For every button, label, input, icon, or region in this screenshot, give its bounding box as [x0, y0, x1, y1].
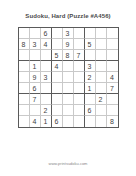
cell-r4c4: 4: [52, 61, 63, 72]
cell-r2c3: 4: [41, 39, 52, 50]
cell-r8c5: [63, 105, 74, 116]
cell-r2c1: 8: [19, 39, 30, 50]
cell-r7c6: [74, 94, 85, 105]
cell-r5c8: [96, 72, 107, 83]
cell-r3c9: [107, 50, 118, 61]
cell-r5c3: 3: [41, 72, 52, 83]
puzzle-title: Sudoku, Hard (Puzzle #A456): [0, 13, 136, 20]
cell-r6c5: [63, 83, 74, 94]
cell-r5c9: 4: [107, 72, 118, 83]
cell-r2c7: 5: [85, 39, 96, 50]
cell-r6c8: [96, 83, 107, 94]
cell-r3c3: [41, 50, 52, 61]
cell-r4c9: [107, 61, 118, 72]
cell-r2c4: [52, 39, 63, 50]
cell-r6c1: [19, 83, 30, 94]
cell-r7c1: [19, 94, 30, 105]
cell-r8c4: [52, 105, 63, 116]
cell-r1c2: [30, 28, 41, 39]
footer-url: www.printsudoku.com: [0, 161, 136, 166]
cell-r2c8: [96, 39, 107, 50]
cell-r5c5: [63, 72, 74, 83]
cell-r8c9: [107, 105, 118, 116]
cell-r3c7: [85, 50, 96, 61]
cell-r7c7: [85, 94, 96, 105]
cell-r9c7: [85, 116, 96, 127]
cell-r8c1: [19, 105, 30, 116]
cell-r6c6: [74, 83, 85, 94]
cell-r6c3: [41, 83, 52, 94]
cell-r7c8: 2: [96, 94, 107, 105]
cell-r2c9: [107, 39, 118, 50]
cell-r5c6: [74, 72, 85, 83]
cell-r6c4: [52, 83, 63, 94]
cell-r4c1: [19, 61, 30, 72]
cell-r9c2: 4: [30, 116, 41, 127]
cell-r3c6: 7: [74, 50, 85, 61]
page: Sudoku, Hard (Puzzle #A456) 638349558714…: [0, 0, 136, 176]
cell-r7c2: 7: [30, 94, 41, 105]
cell-r7c4: [52, 94, 63, 105]
cell-r4c3: [41, 61, 52, 72]
cell-r9c3: 1: [41, 116, 52, 127]
cell-r1c7: [85, 28, 96, 39]
cell-r9c5: [63, 116, 74, 127]
cell-r9c6: [74, 116, 85, 127]
cell-r5c2: 9: [30, 72, 41, 83]
cell-r8c2: [30, 105, 41, 116]
cell-r3c2: [30, 50, 41, 61]
cell-r7c5: [63, 94, 74, 105]
cell-r3c4: 5: [52, 50, 63, 61]
cell-r4c5: [63, 61, 74, 72]
cell-r1c4: [52, 28, 63, 39]
cell-r9c4: 6: [52, 116, 63, 127]
cell-r1c8: [96, 28, 107, 39]
cell-r1c9: [107, 28, 118, 39]
cell-r9c9: 8: [107, 116, 118, 127]
cell-r2c2: 3: [30, 39, 41, 50]
cell-r2c5: 9: [63, 39, 74, 50]
cell-r2c6: [74, 39, 85, 50]
cell-r9c1: [19, 116, 30, 127]
cell-r6c7: 1: [85, 83, 96, 94]
cell-r4c6: [74, 61, 85, 72]
cell-r5c4: [52, 72, 63, 83]
cell-r8c6: [74, 105, 85, 116]
cell-r5c7: 2: [85, 72, 96, 83]
cell-r5c1: [19, 72, 30, 83]
cell-r6c9: 7: [107, 83, 118, 94]
cell-r3c5: 8: [63, 50, 74, 61]
cell-r1c3: 6: [41, 28, 52, 39]
cell-r8c7: 6: [85, 105, 96, 116]
cell-r1c6: [74, 28, 85, 39]
cell-r6c2: 6: [30, 83, 41, 94]
cell-r7c9: [107, 94, 118, 105]
cell-r3c1: [19, 50, 30, 61]
sudoku-board: 6383495587143932461772264168: [18, 27, 119, 128]
cell-r9c8: [96, 116, 107, 127]
cell-r4c7: 3: [85, 61, 96, 72]
cell-r1c5: 3: [63, 28, 74, 39]
cell-r3c8: [96, 50, 107, 61]
cell-r8c3: 2: [41, 105, 52, 116]
cell-r1c1: [19, 28, 30, 39]
cell-r7c3: [41, 94, 52, 105]
cell-r4c8: [96, 61, 107, 72]
cell-r4c2: 1: [30, 61, 41, 72]
cell-r8c8: [96, 105, 107, 116]
